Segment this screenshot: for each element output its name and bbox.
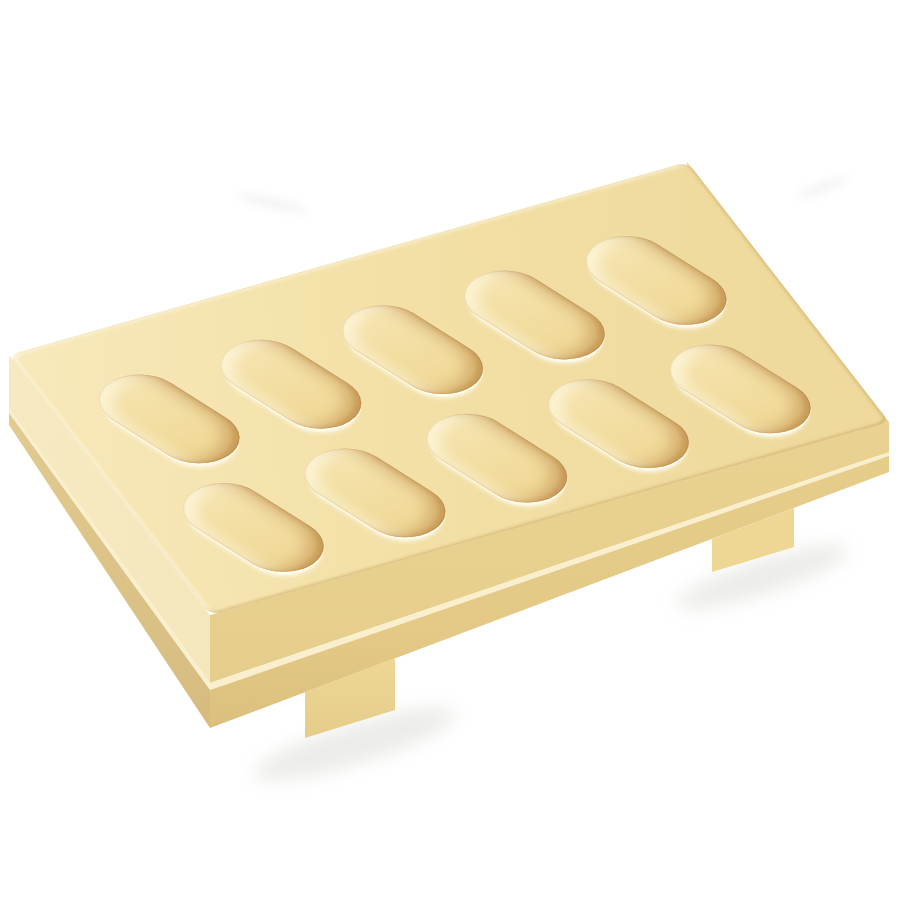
photo-stage [0,0,910,910]
background-smudge [795,173,849,202]
background-smudge [235,190,310,215]
